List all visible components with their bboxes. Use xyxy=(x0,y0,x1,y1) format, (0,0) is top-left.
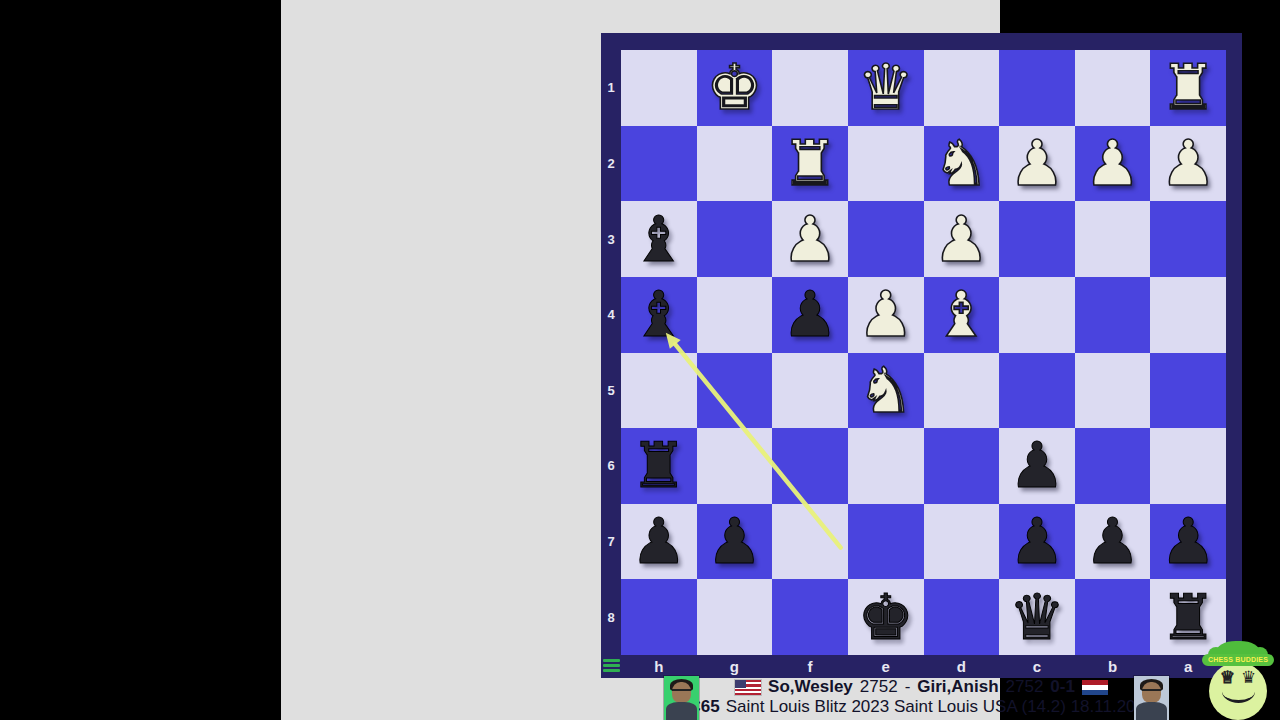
event-details: Saint Louis Blitz 2023 Saint Louis USA (… xyxy=(726,697,1155,717)
square-e7[interactable] xyxy=(848,504,924,580)
piece-white-pawn: ♟ xyxy=(1084,132,1140,195)
square-a1[interactable]: ♜ xyxy=(1150,50,1226,126)
players-separator: - xyxy=(905,677,911,697)
chess-buddies-logo: CHESS BUDDIES ♕ ♛ xyxy=(1202,641,1274,720)
file-label-f: f xyxy=(772,655,848,678)
menu-icon[interactable] xyxy=(603,659,620,672)
piece-white-king: ♚ xyxy=(706,56,762,119)
square-f2[interactable]: ♜ xyxy=(772,126,848,202)
square-h7[interactable]: ♟ xyxy=(621,504,697,580)
square-h2[interactable] xyxy=(621,126,697,202)
file-label-e: e xyxy=(848,655,924,678)
square-h5[interactable] xyxy=(621,353,697,429)
square-b4[interactable] xyxy=(1075,277,1151,353)
piece-black-pawn: ♟ xyxy=(1084,510,1140,573)
white-player-photo xyxy=(664,676,699,720)
square-e1[interactable]: ♛ xyxy=(848,50,924,126)
rank-label-3: 3 xyxy=(601,201,621,277)
square-g5[interactable] xyxy=(697,353,773,429)
game-result: 0-1 xyxy=(1050,677,1075,697)
rank-label-5: 5 xyxy=(601,353,621,429)
rank-label-2: 2 xyxy=(601,126,621,202)
piece-black-pawn: ♟ xyxy=(1009,434,1065,497)
piece-black-pawn: ♟ xyxy=(631,510,687,573)
square-g7[interactable]: ♟ xyxy=(697,504,773,580)
square-b2[interactable]: ♟ xyxy=(1075,126,1151,202)
square-a2[interactable]: ♟ xyxy=(1150,126,1226,202)
piece-black-queen: ♛ xyxy=(1009,586,1065,649)
square-h6[interactable]: ♜ xyxy=(621,428,697,504)
square-b5[interactable] xyxy=(1075,353,1151,429)
square-a6[interactable] xyxy=(1150,428,1226,504)
black-player-name: Giri,Anish xyxy=(917,677,998,697)
square-a5[interactable] xyxy=(1150,353,1226,429)
piece-white-pawn: ♟ xyxy=(1009,132,1065,195)
piece-black-rook: ♜ xyxy=(631,434,687,497)
square-d5[interactable] xyxy=(924,353,1000,429)
white-player-name: So,Wesley xyxy=(768,677,853,697)
square-g4[interactable] xyxy=(697,277,773,353)
usa-flag-icon xyxy=(735,680,761,695)
square-f3[interactable]: ♟ xyxy=(772,201,848,277)
square-d2[interactable]: ♞ xyxy=(924,126,1000,202)
piece-black-king: ♚ xyxy=(857,586,913,649)
square-c4[interactable] xyxy=(999,277,1075,353)
piece-black-pawn: ♟ xyxy=(1009,510,1065,573)
rank-label-4: 4 xyxy=(601,277,621,353)
piece-black-bishop: ♝ xyxy=(631,208,687,271)
square-c2[interactable]: ♟ xyxy=(999,126,1075,202)
square-b3[interactable] xyxy=(1075,201,1151,277)
white-queen-icon: ♕ xyxy=(1220,667,1235,687)
rank-label-7: 7 xyxy=(601,504,621,580)
black-queen-icon: ♛ xyxy=(1241,667,1256,687)
white-player-elo: 2752 xyxy=(860,677,898,697)
piece-white-pawn: ♟ xyxy=(933,208,989,271)
square-b1[interactable] xyxy=(1075,50,1151,126)
piece-white-bishop: ♝ xyxy=(933,283,989,346)
square-c1[interactable] xyxy=(999,50,1075,126)
rank-labels: 12345678 xyxy=(601,50,621,655)
piece-white-rook: ♜ xyxy=(1160,56,1216,119)
broadcast-panel: 12345678 ♚♛♜♜♞♟♟♟♝♟♟♝♟♟♝♞♜♟♟♟♟♟♟♚♛♜ hgfe… xyxy=(281,0,1000,720)
square-g6[interactable] xyxy=(697,428,773,504)
square-b6[interactable] xyxy=(1075,428,1151,504)
square-h4[interactable]: ♝ xyxy=(621,277,697,353)
square-e8[interactable]: ♚ xyxy=(848,579,924,655)
square-g3[interactable] xyxy=(697,201,773,277)
square-a3[interactable] xyxy=(1150,201,1226,277)
square-c8[interactable]: ♛ xyxy=(999,579,1075,655)
chess-board: 12345678 ♚♛♜♜♞♟♟♟♝♟♟♝♟♟♝♞♜♟♟♟♟♟♟♚♛♜ hgfe… xyxy=(601,33,1242,678)
square-e6[interactable] xyxy=(848,428,924,504)
piece-white-pawn: ♟ xyxy=(782,208,838,271)
square-d7[interactable] xyxy=(924,504,1000,580)
file-label-c: c xyxy=(999,655,1075,678)
video-frame: 12345678 ♚♛♜♜♞♟♟♟♝♟♟♝♟♟♝♞♜♟♟♟♟♟♟♚♛♜ hgfe… xyxy=(0,0,1280,720)
square-f7[interactable] xyxy=(772,504,848,580)
square-d4[interactable]: ♝ xyxy=(924,277,1000,353)
board-grid: ♚♛♜♜♞♟♟♟♝♟♟♝♟♟♝♞♜♟♟♟♟♟♟♚♛♜ xyxy=(621,50,1226,655)
square-f6[interactable] xyxy=(772,428,848,504)
square-f4[interactable]: ♟ xyxy=(772,277,848,353)
netherlands-flag-icon xyxy=(1082,680,1108,695)
square-d1[interactable] xyxy=(924,50,1000,126)
square-a4[interactable] xyxy=(1150,277,1226,353)
file-label-d: d xyxy=(924,655,1000,678)
square-d3[interactable]: ♟ xyxy=(924,201,1000,277)
rank-label-6: 6 xyxy=(601,428,621,504)
square-e3[interactable] xyxy=(848,201,924,277)
piece-black-pawn: ♟ xyxy=(1160,510,1216,573)
file-label-g: g xyxy=(697,655,773,678)
piece-white-rook: ♜ xyxy=(782,132,838,195)
square-c6[interactable]: ♟ xyxy=(999,428,1075,504)
rank-label-8: 8 xyxy=(601,579,621,655)
piece-white-pawn: ♟ xyxy=(857,283,913,346)
square-d6[interactable] xyxy=(924,428,1000,504)
square-h8[interactable] xyxy=(621,579,697,655)
piece-white-pawn: ♟ xyxy=(1160,132,1216,195)
piece-white-knight: ♞ xyxy=(857,359,913,422)
black-player-photo xyxy=(1134,676,1169,720)
piece-black-pawn: ♟ xyxy=(706,510,762,573)
square-h1[interactable] xyxy=(621,50,697,126)
black-player-elo: 2752 xyxy=(1006,677,1044,697)
square-e2[interactable] xyxy=(848,126,924,202)
logo-queen-eyes: ♕ ♛ xyxy=(1209,667,1267,687)
piece-white-queen: ♛ xyxy=(857,56,913,119)
square-g2[interactable] xyxy=(697,126,773,202)
file-labels: hgfedcba xyxy=(621,655,1226,678)
piece-black-pawn: ♟ xyxy=(782,283,838,346)
square-c7[interactable]: ♟ xyxy=(999,504,1075,580)
square-b8[interactable] xyxy=(1075,579,1151,655)
square-f8[interactable] xyxy=(772,579,848,655)
square-f1[interactable] xyxy=(772,50,848,126)
square-g8[interactable] xyxy=(697,579,773,655)
piece-black-bishop: ♝ xyxy=(631,283,687,346)
piece-black-rook: ♜ xyxy=(1160,586,1216,649)
square-e4[interactable]: ♟ xyxy=(848,277,924,353)
logo-banner: CHESS BUDDIES xyxy=(1202,654,1274,666)
file-label-h: h xyxy=(621,655,697,678)
square-b7[interactable]: ♟ xyxy=(1075,504,1151,580)
rank-label-1: 1 xyxy=(601,50,621,126)
square-f5[interactable] xyxy=(772,353,848,429)
square-h3[interactable]: ♝ xyxy=(621,201,697,277)
piece-white-knight: ♞ xyxy=(933,132,989,195)
square-d8[interactable] xyxy=(924,579,1000,655)
square-e5[interactable]: ♞ xyxy=(848,353,924,429)
square-a7[interactable]: ♟ xyxy=(1150,504,1226,580)
file-label-b: b xyxy=(1075,655,1151,678)
square-g1[interactable]: ♚ xyxy=(697,50,773,126)
square-c5[interactable] xyxy=(999,353,1075,429)
square-c3[interactable] xyxy=(999,201,1075,277)
